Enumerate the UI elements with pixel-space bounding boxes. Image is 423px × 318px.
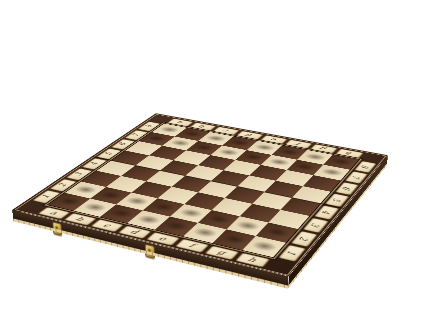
square-a2 bbox=[65, 182, 106, 199]
square-b2 bbox=[90, 187, 131, 204]
rank-plaque-7: 7 bbox=[344, 171, 367, 184]
square-e1 bbox=[155, 217, 198, 237]
file-labels-front: abcdefgh bbox=[35, 206, 272, 269]
rank-plaque-2: 2 bbox=[49, 179, 77, 192]
square-d2 bbox=[143, 198, 185, 216]
file-plaque-f: f bbox=[175, 238, 210, 252]
brass-clasp-icon bbox=[145, 244, 155, 259]
rank-plaque-6: 6 bbox=[335, 182, 359, 195]
square-c3 bbox=[132, 181, 172, 198]
square-f4 bbox=[225, 186, 265, 203]
square-h3 bbox=[268, 210, 309, 229]
file-plaque-g: g bbox=[204, 245, 239, 259]
file-plaque-d: d bbox=[118, 225, 152, 238]
square-a1 bbox=[48, 193, 90, 211]
square-e2 bbox=[170, 204, 212, 223]
square-g5 bbox=[264, 181, 303, 198]
square-d3 bbox=[158, 187, 198, 204]
product-photo: abcdefgh abcdefgh 87654321 87654321 ♜♞♝♛… bbox=[0, 0, 423, 318]
square-h2 bbox=[256, 223, 298, 243]
square-c2 bbox=[116, 193, 157, 211]
square-f1 bbox=[183, 223, 226, 243]
rank-plaque-1: 1 bbox=[32, 190, 61, 204]
square-h4 bbox=[281, 198, 321, 216]
square-d1 bbox=[127, 210, 170, 229]
square-g1 bbox=[212, 229, 255, 250]
scene: abcdefgh abcdefgh 87654321 87654321 ♜♞♝♛… bbox=[0, 0, 423, 318]
brass-clasp-icon bbox=[52, 221, 62, 236]
rank-plaque-8: 8 bbox=[354, 161, 377, 173]
square-f2 bbox=[198, 210, 240, 229]
square-g3 bbox=[240, 204, 281, 223]
file-plaque-e: e bbox=[146, 232, 180, 246]
chess-board: abcdefgh abcdefgh 87654321 87654321 ♜♞♝♛… bbox=[12, 113, 388, 276]
square-e3 bbox=[184, 192, 225, 210]
square-g4 bbox=[252, 192, 292, 210]
board-frame: abcdefgh abcdefgh 87654321 87654321 bbox=[12, 113, 388, 276]
square-h1 bbox=[242, 236, 285, 257]
square-b1 bbox=[74, 199, 116, 217]
square-e4 bbox=[198, 181, 237, 198]
square-h5 bbox=[292, 186, 331, 203]
square-f3 bbox=[212, 198, 253, 216]
square-c1 bbox=[100, 204, 143, 223]
square-g2 bbox=[226, 216, 268, 236]
